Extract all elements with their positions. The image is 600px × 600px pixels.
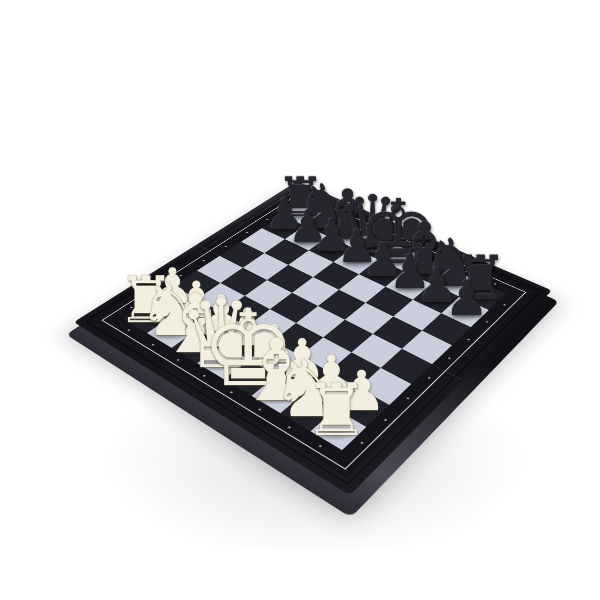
- square-f1: [252, 375, 306, 413]
- square-a1: [123, 302, 172, 333]
- square-f3: [301, 337, 352, 371]
- square-f5: [345, 303, 393, 334]
- square-g3: [329, 352, 381, 388]
- square-g5: [373, 316, 422, 348]
- square-h4: [381, 349, 432, 384]
- square-g4: [351, 334, 401, 368]
- square-e1: [224, 360, 277, 396]
- coordinate-dot: [203, 375, 206, 377]
- coordinate-dot: [319, 445, 322, 448]
- square-h1: [311, 409, 367, 450]
- square-e4: [296, 306, 345, 337]
- coordinate-dot: [288, 426, 291, 428]
- coordinate-dot: [258, 408, 261, 410]
- square-h6: [422, 313, 471, 345]
- coordinate-dot: [127, 329, 130, 331]
- square-g2: [305, 372, 358, 409]
- product-photo-stage: ♜♞♟♝♟♛♟♚♟♝♟♞♟♜♟♟♟♟♜♟♞♟♝♟♛♟♚♟♝♟♞♜: [0, 0, 600, 600]
- square-h5: [402, 331, 452, 365]
- coordinate-dot: [151, 344, 154, 346]
- coordinate-dot: [360, 442, 363, 444]
- square-d1: [197, 344, 249, 379]
- square-h3: [359, 368, 412, 405]
- coordinate-dot: [406, 397, 409, 399]
- square-h2: [335, 388, 389, 427]
- coordinate-dot: [177, 359, 180, 361]
- coordinate-dot: [230, 391, 233, 393]
- square-d2: [223, 326, 274, 359]
- square-e3: [273, 323, 323, 356]
- coordinate-dot: [486, 321, 489, 323]
- square-d3: [247, 309, 296, 341]
- square-e2: [249, 341, 300, 376]
- square-b1: [147, 316, 197, 348]
- square-c2: [197, 312, 247, 344]
- square-f4: [323, 320, 373, 353]
- coordinate-dot: [448, 357, 451, 359]
- coordinate-dot: [428, 377, 431, 379]
- square-g1: [280, 392, 335, 431]
- square-f2: [277, 356, 329, 392]
- coordinate-dot: [467, 339, 470, 341]
- coordinate-dot: [384, 419, 387, 421]
- coordinate-dot: [130, 307, 133, 309]
- square-c1: [172, 330, 223, 364]
